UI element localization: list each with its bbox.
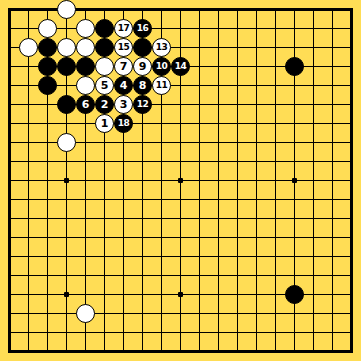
move-number-label: 7 — [120, 61, 128, 72]
stone-black-move-12: 12 — [133, 95, 152, 114]
stone-black-move-2: 2 — [95, 95, 114, 114]
stone-black-move-18: 18 — [114, 114, 133, 133]
stone-black-move-4: 4 — [114, 76, 133, 95]
star-point — [178, 178, 183, 183]
stone-black — [76, 57, 95, 76]
move-number-label: 2 — [101, 99, 109, 110]
move-number-label: 8 — [139, 80, 147, 91]
stone-white — [57, 38, 76, 57]
stone-black — [38, 38, 57, 57]
stone-white — [38, 19, 57, 38]
stone-black — [285, 57, 304, 76]
stone-black — [57, 95, 76, 114]
move-number-label: 3 — [120, 99, 128, 110]
move-number-label: 15 — [118, 43, 129, 52]
stone-white — [76, 76, 95, 95]
go-board: 171615137910145481162312118 — [0, 0, 361, 361]
star-point — [64, 178, 69, 183]
star-point — [292, 178, 297, 183]
stone-black — [57, 57, 76, 76]
stone-white-move-13: 13 — [152, 38, 171, 57]
stone-black — [95, 19, 114, 38]
stone-white-move-15: 15 — [114, 38, 133, 57]
stone-black-move-8: 8 — [133, 76, 152, 95]
move-number-label: 14 — [175, 62, 186, 71]
stone-white-move-5: 5 — [95, 76, 114, 95]
stone-white — [19, 38, 38, 57]
stone-black-move-6: 6 — [76, 95, 95, 114]
stone-white — [95, 57, 114, 76]
move-number-label: 16 — [137, 24, 148, 33]
move-number-label: 10 — [156, 62, 167, 71]
stone-white-move-17: 17 — [114, 19, 133, 38]
stone-black-move-16: 16 — [133, 19, 152, 38]
move-number-label: 1 — [101, 118, 109, 129]
stone-white — [57, 0, 76, 19]
stone-white — [76, 38, 95, 57]
stone-white-move-3: 3 — [114, 95, 133, 114]
stone-black — [95, 38, 114, 57]
stone-black — [133, 38, 152, 57]
move-number-label: 4 — [120, 80, 128, 91]
move-number-label: 6 — [82, 99, 90, 110]
move-number-label: 9 — [139, 61, 147, 72]
stone-white — [76, 304, 95, 323]
stone-white — [57, 133, 76, 152]
stone-white-move-7: 7 — [114, 57, 133, 76]
star-point — [64, 292, 69, 297]
star-point — [178, 292, 183, 297]
stone-white — [76, 19, 95, 38]
move-number-label: 5 — [101, 80, 109, 91]
stone-white-move-11: 11 — [152, 76, 171, 95]
move-number-label: 12 — [137, 100, 148, 109]
stone-black-move-10: 10 — [152, 57, 171, 76]
move-number-label: 18 — [118, 119, 129, 128]
move-number-label: 13 — [156, 43, 167, 52]
stone-white-move-9: 9 — [133, 57, 152, 76]
move-number-label: 17 — [118, 24, 129, 33]
stone-black — [285, 285, 304, 304]
stone-black — [38, 57, 57, 76]
stone-black — [38, 76, 57, 95]
stone-black-move-14: 14 — [171, 57, 190, 76]
move-number-label: 11 — [156, 81, 167, 90]
stone-white-move-1: 1 — [95, 114, 114, 133]
